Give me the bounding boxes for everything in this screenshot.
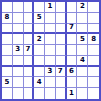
cell-r2c9[interactable] bbox=[88, 13, 99, 24]
cell-r7c1[interactable] bbox=[2, 67, 13, 78]
cell-r3c2[interactable] bbox=[13, 24, 24, 35]
cell-r9c1[interactable] bbox=[2, 88, 13, 99]
cell-r6c8[interactable]: 4 bbox=[77, 56, 88, 67]
cell-r5c2[interactable]: 3 bbox=[13, 45, 24, 56]
cell-r7c6[interactable]: 7 bbox=[56, 67, 67, 78]
cell-r6c3[interactable] bbox=[24, 56, 35, 67]
cell-r7c8[interactable] bbox=[77, 67, 88, 78]
cell-r4c8[interactable]: 5 bbox=[77, 34, 88, 45]
cell-r9c3[interactable] bbox=[24, 88, 35, 99]
cell-r4c3[interactable] bbox=[24, 34, 35, 45]
cell-r4c7[interactable] bbox=[67, 34, 78, 45]
cell-r7c5[interactable]: 3 bbox=[45, 67, 56, 78]
cell-r6c9[interactable] bbox=[88, 56, 99, 67]
cell-r2c3[interactable] bbox=[24, 13, 35, 24]
cell-r8c4[interactable]: 4 bbox=[34, 77, 45, 88]
cell-r4c2[interactable] bbox=[13, 34, 24, 45]
cell-r3c8[interactable] bbox=[77, 24, 88, 35]
cell-r8c2[interactable] bbox=[13, 77, 24, 88]
cell-r3c3[interactable] bbox=[24, 24, 35, 35]
cell-r8c8[interactable] bbox=[77, 77, 88, 88]
cell-r5c5[interactable] bbox=[45, 45, 56, 56]
cell-r6c7[interactable] bbox=[67, 56, 78, 67]
cell-r1c9[interactable] bbox=[88, 2, 99, 13]
cell-r5c7[interactable] bbox=[67, 45, 78, 56]
cell-r3c1[interactable] bbox=[2, 24, 13, 35]
cell-r8c7[interactable] bbox=[67, 77, 78, 88]
cell-r6c2[interactable] bbox=[13, 56, 24, 67]
cell-r9c4[interactable] bbox=[34, 88, 45, 99]
cell-r7c7[interactable]: 6 bbox=[67, 67, 78, 78]
cell-r3c5[interactable] bbox=[45, 24, 56, 35]
sudoku-board: 12857258374376541 bbox=[0, 0, 101, 101]
cell-r5c8[interactable] bbox=[77, 45, 88, 56]
cell-r1c3[interactable] bbox=[24, 2, 35, 13]
cell-r4c1[interactable] bbox=[2, 34, 13, 45]
cell-r9c5[interactable] bbox=[45, 88, 56, 99]
cell-r8c1[interactable]: 5 bbox=[2, 77, 13, 88]
cell-r4c5[interactable] bbox=[45, 34, 56, 45]
cell-r5c6[interactable] bbox=[56, 45, 67, 56]
cell-r7c3[interactable] bbox=[24, 67, 35, 78]
cell-r4c9[interactable]: 8 bbox=[88, 34, 99, 45]
cell-r9c9[interactable] bbox=[88, 88, 99, 99]
cell-r5c3[interactable]: 7 bbox=[24, 45, 35, 56]
cell-r1c6[interactable] bbox=[56, 2, 67, 13]
cell-r5c9[interactable] bbox=[88, 45, 99, 56]
cell-r5c1[interactable] bbox=[2, 45, 13, 56]
cell-r3c9[interactable] bbox=[88, 24, 99, 35]
cell-r5c4[interactable] bbox=[34, 45, 45, 56]
cell-r2c2[interactable] bbox=[13, 13, 24, 24]
cell-r8c6[interactable] bbox=[56, 77, 67, 88]
cell-r4c6[interactable] bbox=[56, 34, 67, 45]
cell-r1c2[interactable] bbox=[13, 2, 24, 13]
cell-r2c8[interactable] bbox=[77, 13, 88, 24]
cell-r6c1[interactable] bbox=[2, 56, 13, 67]
cell-r3c4[interactable] bbox=[34, 24, 45, 35]
cell-r1c1[interactable] bbox=[2, 2, 13, 13]
cell-r6c6[interactable] bbox=[56, 56, 67, 67]
cell-r7c9[interactable] bbox=[88, 67, 99, 78]
cell-r9c6[interactable] bbox=[56, 88, 67, 99]
cell-r8c5[interactable] bbox=[45, 77, 56, 88]
cell-r4c4[interactable]: 2 bbox=[34, 34, 45, 45]
cell-r7c4[interactable] bbox=[34, 67, 45, 78]
cell-r2c6[interactable] bbox=[56, 13, 67, 24]
cell-r9c8[interactable] bbox=[77, 88, 88, 99]
cell-r1c8[interactable]: 2 bbox=[77, 2, 88, 13]
cell-r9c2[interactable] bbox=[13, 88, 24, 99]
cell-r2c1[interactable]: 8 bbox=[2, 13, 13, 24]
cell-r7c2[interactable] bbox=[13, 67, 24, 78]
cell-r3c7[interactable]: 7 bbox=[67, 24, 78, 35]
cell-r1c4[interactable] bbox=[34, 2, 45, 13]
cell-r2c7[interactable] bbox=[67, 13, 78, 24]
cell-r9c7[interactable]: 1 bbox=[67, 88, 78, 99]
cell-r1c5[interactable]: 1 bbox=[45, 2, 56, 13]
cell-r2c5[interactable] bbox=[45, 13, 56, 24]
cell-r3c6[interactable] bbox=[56, 24, 67, 35]
cell-r8c9[interactable] bbox=[88, 77, 99, 88]
cell-r2c4[interactable]: 5 bbox=[34, 13, 45, 24]
cell-r1c7[interactable] bbox=[67, 2, 78, 13]
cell-r8c3[interactable] bbox=[24, 77, 35, 88]
cell-r6c5[interactable] bbox=[45, 56, 56, 67]
cell-r6c4[interactable] bbox=[34, 56, 45, 67]
